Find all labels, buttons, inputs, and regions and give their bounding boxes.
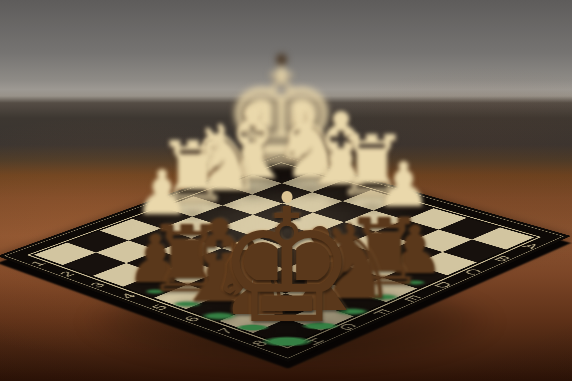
king-cross-finial xyxy=(277,54,286,65)
rank-label-1: 1 xyxy=(28,260,49,268)
rank-label-4: 4 xyxy=(117,292,139,300)
file-label-G: G xyxy=(335,322,362,333)
chessboard-photo: 1A2B3C4D5E6F7G8H ♚♞♝♜♟♝♞♜♟♟♜♞♝♟♜♝♞♚ xyxy=(0,0,572,381)
rank-label-2: 2 xyxy=(57,270,79,278)
file-label-E: E xyxy=(400,294,424,303)
rank-label-5: 5 xyxy=(149,303,172,312)
rank-label-3: 3 xyxy=(87,281,109,289)
file-label-C: C xyxy=(461,267,485,276)
rank-label-8: 8 xyxy=(248,339,272,348)
rank-label-7: 7 xyxy=(214,327,237,336)
file-label-F: F xyxy=(369,308,393,317)
file-label-D: D xyxy=(430,280,455,289)
file-label-A: A xyxy=(519,242,542,251)
file-label-H: H xyxy=(302,336,328,347)
file-label-B: B xyxy=(490,255,513,264)
rank-label-6: 6 xyxy=(181,315,204,324)
